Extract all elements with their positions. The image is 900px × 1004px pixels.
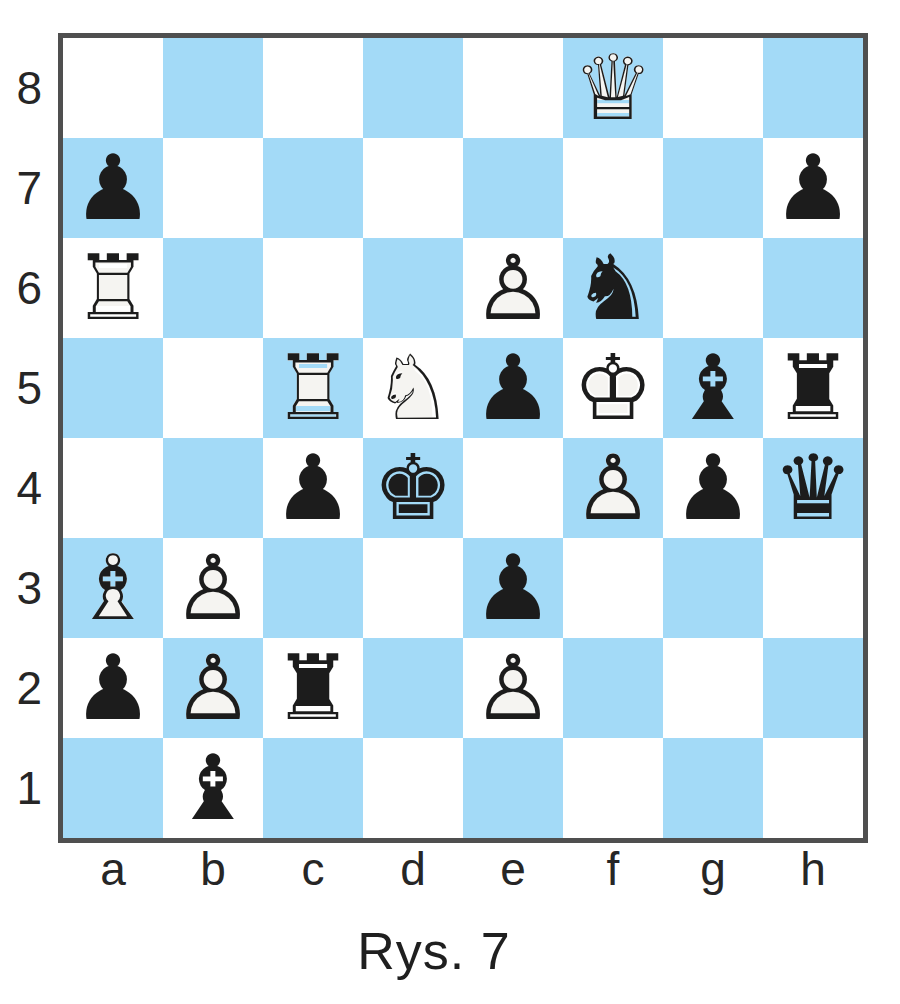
rank-label-7: 7 <box>0 138 58 238</box>
square-a6: ♜♖ <box>63 238 163 338</box>
white-knight: ♞♘ <box>363 338 463 438</box>
black-piece-glyph: ♟ <box>663 438 763 538</box>
rank-label-2: 2 <box>0 638 58 738</box>
file-label-c: c <box>263 843 363 895</box>
square-c5: ♜♖ <box>263 338 363 438</box>
square-b3: ♟♙ <box>163 538 263 638</box>
square-g1 <box>663 738 763 838</box>
square-f6: ♞ <box>563 238 663 338</box>
white-piece-outline: ♖ <box>263 338 363 438</box>
white-queen: ♛♕ <box>563 38 663 138</box>
board-with-rank-labels: 87654321 ♛♕♟♟♜♖♟♙♞♜♖♞♘♟♚♔♝♜♟♚♟♙♟♛♝♗♟♙♟♟♟… <box>0 0 900 843</box>
square-d7 <box>363 138 463 238</box>
square-a5 <box>63 338 163 438</box>
square-c6 <box>263 238 363 338</box>
figure-caption: Rys. 7 <box>0 921 868 981</box>
square-g7 <box>663 138 763 238</box>
black-piece-glyph: ♛ <box>763 438 863 538</box>
square-d2 <box>363 638 463 738</box>
square-f5: ♚♔ <box>563 338 663 438</box>
square-b6 <box>163 238 263 338</box>
square-a7: ♟ <box>63 138 163 238</box>
black-king: ♚ <box>363 438 463 538</box>
square-h6 <box>763 238 863 338</box>
square-g2 <box>663 638 763 738</box>
black-rook: ♜ <box>763 338 863 438</box>
square-b2: ♟♙ <box>163 638 263 738</box>
white-pawn: ♟♙ <box>463 238 563 338</box>
file-label-d: d <box>363 843 463 895</box>
square-a4 <box>63 438 163 538</box>
black-queen: ♛ <box>763 438 863 538</box>
rank-label-6: 6 <box>0 238 58 338</box>
square-b8 <box>163 38 263 138</box>
square-g3 <box>663 538 763 638</box>
square-d5: ♞♘ <box>363 338 463 438</box>
square-f7 <box>563 138 663 238</box>
square-h7: ♟ <box>763 138 863 238</box>
black-piece-glyph: ♝ <box>663 338 763 438</box>
square-d3 <box>363 538 463 638</box>
square-e6: ♟♙ <box>463 238 563 338</box>
rank-labels: 87654321 <box>0 33 58 843</box>
file-label-h: h <box>763 843 863 895</box>
square-f3 <box>563 538 663 638</box>
square-f4: ♟♙ <box>563 438 663 538</box>
square-g8 <box>663 38 763 138</box>
white-piece-outline: ♕ <box>563 38 663 138</box>
white-piece-outline: ♔ <box>563 338 663 438</box>
square-e7 <box>463 138 563 238</box>
square-e5: ♟ <box>463 338 563 438</box>
white-piece-outline: ♙ <box>563 438 663 538</box>
black-piece-glyph: ♟ <box>463 338 563 438</box>
square-e4 <box>463 438 563 538</box>
white-king: ♚♔ <box>563 338 663 438</box>
square-c3 <box>263 538 363 638</box>
file-label-e: e <box>463 843 563 895</box>
chess-board: ♛♕♟♟♜♖♟♙♞♜♖♞♘♟♚♔♝♜♟♚♟♙♟♛♝♗♟♙♟♟♟♙♜♟♙♝ <box>58 33 868 843</box>
white-piece-outline: ♙ <box>163 538 263 638</box>
file-label-f: f <box>563 843 663 895</box>
black-piece-glyph: ♝ <box>163 738 263 838</box>
black-piece-glyph: ♞ <box>563 238 663 338</box>
square-f8: ♛♕ <box>563 38 663 138</box>
file-labels: abcdefgh <box>63 843 900 895</box>
black-pawn: ♟ <box>463 538 563 638</box>
white-piece-outline: ♘ <box>363 338 463 438</box>
black-piece-glyph: ♟ <box>263 438 363 538</box>
square-c4: ♟ <box>263 438 363 538</box>
square-b5 <box>163 338 263 438</box>
square-a2: ♟ <box>63 638 163 738</box>
square-b4 <box>163 438 263 538</box>
black-piece-glyph: ♜ <box>263 638 363 738</box>
square-e8 <box>463 38 563 138</box>
square-h8 <box>763 38 863 138</box>
white-pawn: ♟♙ <box>563 438 663 538</box>
white-piece-outline: ♙ <box>463 238 563 338</box>
square-b1: ♝ <box>163 738 263 838</box>
file-label-g: g <box>663 843 763 895</box>
white-pawn: ♟♙ <box>163 538 263 638</box>
square-a1 <box>63 738 163 838</box>
square-c1 <box>263 738 363 838</box>
square-c7 <box>263 138 363 238</box>
rank-label-3: 3 <box>0 538 58 638</box>
square-g6 <box>663 238 763 338</box>
white-piece-outline: ♗ <box>63 538 163 638</box>
rank-label-4: 4 <box>0 438 58 538</box>
black-pawn: ♟ <box>763 138 863 238</box>
square-g4: ♟ <box>663 438 763 538</box>
square-c8 <box>263 38 363 138</box>
square-h1 <box>763 738 863 838</box>
black-piece-glyph: ♟ <box>463 538 563 638</box>
black-pawn: ♟ <box>63 138 163 238</box>
square-h2 <box>763 638 863 738</box>
black-rook: ♜ <box>263 638 363 738</box>
black-pawn: ♟ <box>263 438 363 538</box>
square-a3: ♝♗ <box>63 538 163 638</box>
square-e2: ♟♙ <box>463 638 563 738</box>
rank-label-5: 5 <box>0 338 58 438</box>
black-piece-glyph: ♟ <box>63 638 163 738</box>
square-f2 <box>563 638 663 738</box>
rank-label-8: 8 <box>0 38 58 138</box>
white-pawn: ♟♙ <box>463 638 563 738</box>
white-piece-outline: ♙ <box>163 638 263 738</box>
square-e1 <box>463 738 563 838</box>
file-label-b: b <box>163 843 263 895</box>
black-bishop: ♝ <box>163 738 263 838</box>
square-h4: ♛ <box>763 438 863 538</box>
white-piece-outline: ♙ <box>463 638 563 738</box>
black-piece-glyph: ♜ <box>763 338 863 438</box>
black-pawn: ♟ <box>463 338 563 438</box>
square-d6 <box>363 238 463 338</box>
black-piece-glyph: ♟ <box>63 138 163 238</box>
square-h5: ♜ <box>763 338 863 438</box>
square-h3 <box>763 538 863 638</box>
black-knight: ♞ <box>563 238 663 338</box>
rank-label-1: 1 <box>0 738 58 838</box>
square-g5: ♝ <box>663 338 763 438</box>
chess-diagram: 87654321 ♛♕♟♟♜♖♟♙♞♜♖♞♘♟♚♔♝♜♟♚♟♙♟♛♝♗♟♙♟♟♟… <box>0 0 900 1004</box>
black-pawn: ♟ <box>63 638 163 738</box>
white-rook: ♜♖ <box>63 238 163 338</box>
square-d1 <box>363 738 463 838</box>
square-e3: ♟ <box>463 538 563 638</box>
square-b7 <box>163 138 263 238</box>
square-c2: ♜ <box>263 638 363 738</box>
black-piece-glyph: ♚ <box>363 438 463 538</box>
square-f1 <box>563 738 663 838</box>
file-label-a: a <box>63 843 163 895</box>
black-pawn: ♟ <box>663 438 763 538</box>
square-a8 <box>63 38 163 138</box>
square-d4: ♚ <box>363 438 463 538</box>
black-piece-glyph: ♟ <box>763 138 863 238</box>
white-bishop: ♝♗ <box>63 538 163 638</box>
white-rook: ♜♖ <box>263 338 363 438</box>
black-bishop: ♝ <box>663 338 763 438</box>
square-d8 <box>363 38 463 138</box>
white-piece-outline: ♖ <box>63 238 163 338</box>
white-pawn: ♟♙ <box>163 638 263 738</box>
